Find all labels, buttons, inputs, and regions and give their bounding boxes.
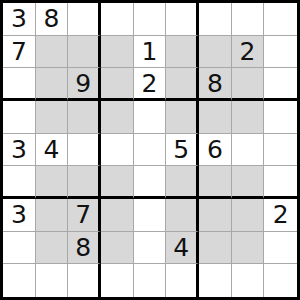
cell-r9c7[interactable] <box>199 264 232 297</box>
cell-r8c5[interactable] <box>134 232 167 265</box>
cell-r2c9[interactable] <box>264 36 297 69</box>
cell-r7c7[interactable] <box>199 199 232 232</box>
cell-r2c2[interactable] <box>36 36 69 69</box>
cell-r3c3[interactable]: 9 <box>68 68 101 101</box>
cell-r6c2[interactable] <box>36 166 69 199</box>
cell-r5c3[interactable] <box>68 134 101 167</box>
sudoku-board: 38712928345637284 <box>0 0 300 300</box>
cell-r9c6[interactable] <box>166 264 199 297</box>
cell-r4c9[interactable] <box>264 101 297 134</box>
cell-r1c3[interactable] <box>68 3 101 36</box>
cell-r3c1[interactable] <box>3 68 36 101</box>
cell-r2c5[interactable]: 1 <box>134 36 167 69</box>
cell-r8c9[interactable] <box>264 232 297 265</box>
cell-r7c2[interactable] <box>36 199 69 232</box>
cell-r6c8[interactable] <box>232 166 265 199</box>
cell-r2c8[interactable]: 2 <box>232 36 265 69</box>
cell-r5c6[interactable]: 5 <box>166 134 199 167</box>
cell-r8c8[interactable] <box>232 232 265 265</box>
cell-r7c6[interactable] <box>166 199 199 232</box>
cell-r1c4[interactable] <box>101 3 134 36</box>
cell-r8c3[interactable]: 8 <box>68 232 101 265</box>
cell-r4c6[interactable] <box>166 101 199 134</box>
cell-r4c7[interactable] <box>199 101 232 134</box>
cell-r9c3[interactable] <box>68 264 101 297</box>
cell-r8c4[interactable] <box>101 232 134 265</box>
cell-r3c4[interactable] <box>101 68 134 101</box>
cell-r7c8[interactable] <box>232 199 265 232</box>
cell-r8c7[interactable] <box>199 232 232 265</box>
cell-r2c3[interactable] <box>68 36 101 69</box>
cell-r2c7[interactable] <box>199 36 232 69</box>
cell-r1c8[interactable] <box>232 3 265 36</box>
cell-r5c1[interactable]: 3 <box>3 134 36 167</box>
cell-r4c3[interactable] <box>68 101 101 134</box>
cell-r9c4[interactable] <box>101 264 134 297</box>
cell-r8c1[interactable] <box>3 232 36 265</box>
cell-r6c3[interactable] <box>68 166 101 199</box>
cell-r7c9[interactable]: 2 <box>264 199 297 232</box>
cell-r4c2[interactable] <box>36 101 69 134</box>
cell-r9c2[interactable] <box>36 264 69 297</box>
cell-r7c1[interactable]: 3 <box>3 199 36 232</box>
cell-r5c8[interactable] <box>232 134 265 167</box>
cell-r7c4[interactable] <box>101 199 134 232</box>
cell-r4c5[interactable] <box>134 101 167 134</box>
sudoku-puzzle: 38712928345637284 <box>0 0 300 300</box>
cell-r5c2[interactable]: 4 <box>36 134 69 167</box>
cell-r8c2[interactable] <box>36 232 69 265</box>
cell-r6c1[interactable] <box>3 166 36 199</box>
cell-r2c4[interactable] <box>101 36 134 69</box>
cell-r4c1[interactable] <box>3 101 36 134</box>
cell-r4c4[interactable] <box>101 101 134 134</box>
cell-r6c6[interactable] <box>166 166 199 199</box>
cell-r9c8[interactable] <box>232 264 265 297</box>
cell-r1c6[interactable] <box>166 3 199 36</box>
cell-r2c1[interactable]: 7 <box>3 36 36 69</box>
cell-r5c7[interactable]: 6 <box>199 134 232 167</box>
cell-r1c9[interactable] <box>264 3 297 36</box>
cell-r1c7[interactable] <box>199 3 232 36</box>
cell-r5c9[interactable] <box>264 134 297 167</box>
cell-r1c5[interactable] <box>134 3 167 36</box>
cell-r6c9[interactable] <box>264 166 297 199</box>
cell-r9c1[interactable] <box>3 264 36 297</box>
cell-r1c1[interactable]: 3 <box>3 3 36 36</box>
cell-r9c9[interactable] <box>264 264 297 297</box>
cell-r4c8[interactable] <box>232 101 265 134</box>
cell-r3c2[interactable] <box>36 68 69 101</box>
cell-r3c7[interactable]: 8 <box>199 68 232 101</box>
cell-r6c5[interactable] <box>134 166 167 199</box>
cell-r1c2[interactable]: 8 <box>36 3 69 36</box>
cell-r5c4[interactable] <box>101 134 134 167</box>
cell-r3c6[interactable] <box>166 68 199 101</box>
cell-r3c9[interactable] <box>264 68 297 101</box>
cell-r7c5[interactable] <box>134 199 167 232</box>
cell-r2c6[interactable] <box>166 36 199 69</box>
cell-r3c8[interactable] <box>232 68 265 101</box>
cell-r6c4[interactable] <box>101 166 134 199</box>
cell-r7c3[interactable]: 7 <box>68 199 101 232</box>
cell-r6c7[interactable] <box>199 166 232 199</box>
cell-r9c5[interactable] <box>134 264 167 297</box>
cell-r8c6[interactable]: 4 <box>166 232 199 265</box>
cell-r5c5[interactable] <box>134 134 167 167</box>
cell-r3c5[interactable]: 2 <box>134 68 167 101</box>
